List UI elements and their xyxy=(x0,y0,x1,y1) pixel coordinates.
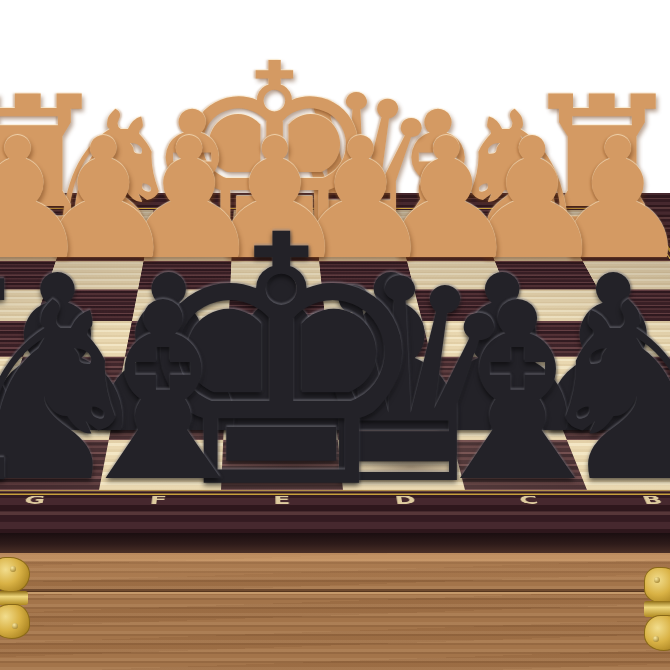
chess-photo-canvas: HHGGFFEEDDCCBBAA ♜♞♝♛♚♝♞♜♟♟♟♟♟♟♟♟♟♟♟♟♟♟♟… xyxy=(0,0,670,670)
hinge-screw-icon xyxy=(12,623,18,629)
brass-hinge-right xyxy=(644,567,670,651)
hinge-leaf-icon xyxy=(0,557,30,592)
storage-box-front xyxy=(0,553,670,670)
hinge-knuckle-icon xyxy=(644,601,670,616)
hinge-knuckle-icon xyxy=(0,591,28,606)
hinge-screw-icon xyxy=(653,636,659,642)
hinge-leaf-icon xyxy=(0,604,30,639)
hinge-screw-icon xyxy=(10,566,16,572)
hinge-screw-icon xyxy=(654,577,660,583)
piece-black-rook-h8: ♜ xyxy=(0,247,50,522)
box-seam-groove xyxy=(0,589,670,595)
hinge-leaf-icon xyxy=(644,615,670,651)
hinge-leaf-icon xyxy=(644,567,670,603)
brass-hinge-left xyxy=(0,557,28,639)
